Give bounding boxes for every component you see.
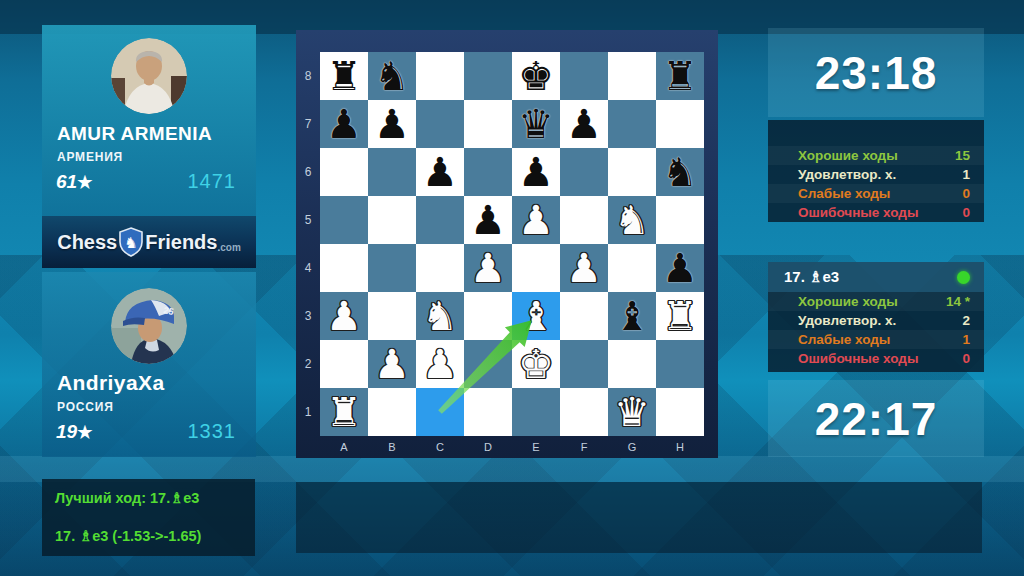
coord-label: D bbox=[464, 437, 512, 456]
square-a3[interactable]: ♟ bbox=[320, 292, 368, 340]
player-country-bottom: РОССИЯ bbox=[42, 400, 256, 414]
white-pawn-c2: ♟ bbox=[422, 340, 458, 388]
board-squares: ♜♞♚♜♟♟♛♟♟♟♞♟♟♞♟♟♟♟♞♝♝♜♟♟♚♜♛ bbox=[320, 52, 704, 436]
square-g2[interactable] bbox=[608, 340, 656, 388]
square-a1[interactable]: ♜ bbox=[320, 388, 368, 436]
white-pawn-a3: ♟ bbox=[326, 292, 362, 340]
stat-value: 1 bbox=[962, 167, 970, 182]
square-d8[interactable] bbox=[464, 52, 512, 100]
rank-labels: 87654321 bbox=[296, 52, 320, 436]
square-b7[interactable]: ♟ bbox=[368, 100, 416, 148]
square-b8[interactable]: ♞ bbox=[368, 52, 416, 100]
square-d4[interactable]: ♟ bbox=[464, 244, 512, 292]
black-rook-a8: ♜ bbox=[326, 52, 362, 100]
square-c8[interactable] bbox=[416, 52, 464, 100]
stat-label: Хорошие ходы bbox=[798, 148, 898, 163]
stat-label: Хорошие ходы bbox=[798, 294, 898, 309]
black-knight-b8: ♞ bbox=[374, 52, 410, 100]
best-move-line2: 17. ♗e3 (-1.53->-1.65) bbox=[55, 528, 242, 544]
square-a5[interactable] bbox=[320, 196, 368, 244]
square-c4[interactable] bbox=[416, 244, 464, 292]
square-d3[interactable] bbox=[464, 292, 512, 340]
white-pawn-b2: ♟ bbox=[374, 340, 410, 388]
last-move-panel: 17. ♗e3 Хорошие ходы14 *Удовлетвор. х.2С… bbox=[768, 262, 984, 372]
white-knight-g5: ♞ bbox=[614, 196, 650, 244]
square-d6[interactable] bbox=[464, 148, 512, 196]
chess-board: 87654321 ♜♞♚♜♟♟♛♟♟♟♞♟♟♞♟♟♟♟♞♝♝♜♟♟♚♜♛ ABC… bbox=[296, 30, 718, 458]
black-pawn-e6: ♟ bbox=[518, 148, 554, 196]
coord-label: 1 bbox=[296, 388, 320, 436]
coord-label: E bbox=[512, 437, 560, 456]
clock-top: 23:18 bbox=[815, 46, 938, 100]
square-e7[interactable]: ♛ bbox=[512, 100, 560, 148]
square-b4[interactable] bbox=[368, 244, 416, 292]
black-queen-e7: ♛ bbox=[518, 100, 554, 148]
square-h6[interactable]: ♞ bbox=[656, 148, 704, 196]
square-f4[interactable]: ♟ bbox=[560, 244, 608, 292]
stat-value: 1 bbox=[962, 332, 970, 347]
logo-text-com: .com bbox=[217, 242, 240, 253]
black-rook-h8: ♜ bbox=[662, 52, 698, 100]
square-c7[interactable] bbox=[416, 100, 464, 148]
best-move-panel: Лучший ход: 17.♗e3 17. ♗e3 (-1.53->-1.65… bbox=[42, 479, 255, 556]
coord-label: C bbox=[416, 437, 464, 456]
player-name-bottom: AndriyaXa bbox=[42, 371, 256, 395]
coord-label: F bbox=[560, 437, 608, 456]
square-c3[interactable]: ♞ bbox=[416, 292, 464, 340]
stat-row: Хорошие ходы15 bbox=[768, 146, 984, 165]
coord-label: G bbox=[608, 437, 656, 456]
shield-knight-icon: ♞ bbox=[118, 227, 144, 257]
coord-label: 5 bbox=[296, 196, 320, 244]
stat-row: Удовлетвор. х.1 bbox=[768, 165, 984, 184]
square-d2[interactable] bbox=[464, 340, 512, 388]
bottom-info-bar bbox=[296, 482, 982, 553]
stat-value: 2 bbox=[962, 313, 970, 328]
square-a6[interactable] bbox=[320, 148, 368, 196]
square-d1[interactable] bbox=[464, 388, 512, 436]
black-pawn-d5: ♟ bbox=[470, 196, 506, 244]
square-h8[interactable]: ♜ bbox=[656, 52, 704, 100]
stat-row: Слабые ходы0 bbox=[768, 184, 984, 203]
star-icon: ★ bbox=[77, 423, 92, 442]
stat-label: Ошибочные ходы bbox=[798, 351, 918, 366]
square-f2[interactable] bbox=[560, 340, 608, 388]
player-rating-bottom: 1331 bbox=[188, 420, 237, 443]
white-rook-a1: ♜ bbox=[326, 388, 362, 436]
square-b3[interactable] bbox=[368, 292, 416, 340]
app-stage: AMUR ARMENIA АРМЕНИЯ 61★ 1471 Chess ♞ Fr… bbox=[0, 0, 1024, 576]
square-f6[interactable] bbox=[560, 148, 608, 196]
coord-label: 8 bbox=[296, 52, 320, 100]
stat-value: 0 bbox=[962, 205, 970, 220]
avatar-bottom-player: 25 bbox=[111, 288, 187, 364]
stat-label: Слабые ходы bbox=[798, 186, 890, 201]
square-b2[interactable]: ♟ bbox=[368, 340, 416, 388]
clock-bottom-panel: 22:17 bbox=[768, 380, 984, 457]
stat-label: Слабые ходы bbox=[798, 332, 890, 347]
square-e5[interactable]: ♟ bbox=[512, 196, 560, 244]
square-e6[interactable]: ♟ bbox=[512, 148, 560, 196]
game-stats-panel: Хорошие ходы15Удовлетвор. х.1Слабые ходы… bbox=[768, 120, 984, 222]
square-d7[interactable] bbox=[464, 100, 512, 148]
square-e2[interactable]: ♚ bbox=[512, 340, 560, 388]
coord-label: B bbox=[368, 437, 416, 456]
square-g6[interactable] bbox=[608, 148, 656, 196]
square-a2[interactable] bbox=[320, 340, 368, 388]
square-b1[interactable] bbox=[368, 388, 416, 436]
white-king-e2: ♚ bbox=[518, 340, 554, 388]
file-labels: ABCDEFGH bbox=[320, 437, 704, 456]
black-pawn-a7: ♟ bbox=[326, 100, 362, 148]
square-f5[interactable] bbox=[560, 196, 608, 244]
player-stars-bottom: 19★ bbox=[56, 421, 92, 443]
white-bishop-e3: ♝ bbox=[518, 292, 554, 340]
square-b6[interactable] bbox=[368, 148, 416, 196]
player-card-bottom: 25 AndriyaXa РОССИЯ 19★ 1331 bbox=[42, 272, 256, 457]
white-pawn-d4: ♟ bbox=[470, 244, 506, 292]
square-f3[interactable] bbox=[560, 292, 608, 340]
black-knight-h6: ♞ bbox=[662, 148, 698, 196]
white-queen-g1: ♛ bbox=[614, 388, 650, 436]
stat-row: Удовлетвор. х.2 bbox=[768, 311, 984, 330]
stat-label: Удовлетвор. х. bbox=[798, 313, 896, 328]
black-pawn-f7: ♟ bbox=[566, 100, 602, 148]
white-pawn-f4: ♟ bbox=[566, 244, 602, 292]
logo-text-chess: Chess bbox=[57, 231, 117, 254]
stat-label: Удовлетвор. х. bbox=[798, 167, 896, 182]
square-a8[interactable]: ♜ bbox=[320, 52, 368, 100]
player-name-top: AMUR ARMENIA bbox=[42, 123, 256, 145]
coord-label: 7 bbox=[296, 100, 320, 148]
player-card-top: AMUR ARMENIA АРМЕНИЯ 61★ 1471 bbox=[42, 25, 256, 216]
square-a7[interactable]: ♟ bbox=[320, 100, 368, 148]
clock-top-panel: 23:18 bbox=[768, 28, 984, 117]
black-pawn-b7: ♟ bbox=[374, 100, 410, 148]
black-bishop-g3: ♝ bbox=[614, 292, 650, 340]
avatar-top-player bbox=[111, 38, 187, 114]
stat-row: Ошибочные ходы0 bbox=[768, 349, 984, 368]
stat-row: Слабые ходы1 bbox=[768, 330, 984, 349]
last-move-label: 17. ♗e3 bbox=[784, 268, 839, 286]
last-move-header: 17. ♗e3 bbox=[768, 262, 984, 292]
coord-label: 6 bbox=[296, 148, 320, 196]
coord-label: 3 bbox=[296, 292, 320, 340]
square-h1[interactable] bbox=[656, 388, 704, 436]
white-knight-c3: ♞ bbox=[422, 292, 458, 340]
player-stars-top: 61★ bbox=[56, 171, 92, 193]
star-icon: ★ bbox=[77, 173, 92, 192]
black-king-e8: ♚ bbox=[518, 52, 554, 100]
black-pawn-h4: ♟ bbox=[662, 244, 698, 292]
player-rating-top: 1471 bbox=[188, 170, 237, 193]
square-h7[interactable] bbox=[656, 100, 704, 148]
stat-value: 0 bbox=[962, 186, 970, 201]
square-e1[interactable] bbox=[512, 388, 560, 436]
square-g7[interactable] bbox=[608, 100, 656, 148]
white-pawn-e5: ♟ bbox=[518, 196, 554, 244]
square-f7[interactable]: ♟ bbox=[560, 100, 608, 148]
chessfriends-logo: Chess ♞ Friends .com bbox=[42, 216, 256, 268]
square-c1[interactable] bbox=[416, 388, 464, 436]
stat-label: Ошибочные ходы bbox=[798, 205, 918, 220]
svg-text:♞: ♞ bbox=[124, 234, 137, 252]
best-move-line1: Лучший ход: 17.♗e3 bbox=[55, 490, 242, 506]
square-c6[interactable]: ♟ bbox=[416, 148, 464, 196]
square-c5[interactable] bbox=[416, 196, 464, 244]
square-h2[interactable] bbox=[656, 340, 704, 388]
stat-row: Ошибочные ходы0 bbox=[768, 203, 984, 222]
stat-value: 14 * bbox=[946, 294, 970, 309]
square-g5[interactable]: ♞ bbox=[608, 196, 656, 244]
stat-value: 15 bbox=[955, 148, 970, 163]
square-g3[interactable]: ♝ bbox=[608, 292, 656, 340]
square-h3[interactable]: ♜ bbox=[656, 292, 704, 340]
black-pawn-c6: ♟ bbox=[422, 148, 458, 196]
player-country-top: АРМЕНИЯ bbox=[42, 150, 256, 164]
square-h5[interactable] bbox=[656, 196, 704, 244]
white-rook-h3: ♜ bbox=[662, 292, 698, 340]
coord-label: 4 bbox=[296, 244, 320, 292]
svg-text:25: 25 bbox=[163, 305, 175, 317]
square-f8[interactable] bbox=[560, 52, 608, 100]
square-e4[interactable] bbox=[512, 244, 560, 292]
square-d5[interactable]: ♟ bbox=[464, 196, 512, 244]
stat-row: Хорошие ходы14 * bbox=[768, 292, 984, 311]
square-g4[interactable] bbox=[608, 244, 656, 292]
good-move-dot-icon bbox=[957, 271, 970, 284]
square-e3[interactable]: ♝ bbox=[512, 292, 560, 340]
coord-label: 2 bbox=[296, 340, 320, 388]
square-c2[interactable]: ♟ bbox=[416, 340, 464, 388]
clock-bottom: 22:17 bbox=[815, 392, 938, 446]
square-g8[interactable] bbox=[608, 52, 656, 100]
square-h4[interactable]: ♟ bbox=[656, 244, 704, 292]
square-a4[interactable] bbox=[320, 244, 368, 292]
square-g1[interactable]: ♛ bbox=[608, 388, 656, 436]
coord-label: A bbox=[320, 437, 368, 456]
coord-label: H bbox=[656, 437, 704, 456]
logo-text-friends: Friends bbox=[145, 231, 217, 254]
stat-value: 0 bbox=[962, 351, 970, 366]
square-e8[interactable]: ♚ bbox=[512, 52, 560, 100]
square-b5[interactable] bbox=[368, 196, 416, 244]
square-f1[interactable] bbox=[560, 388, 608, 436]
